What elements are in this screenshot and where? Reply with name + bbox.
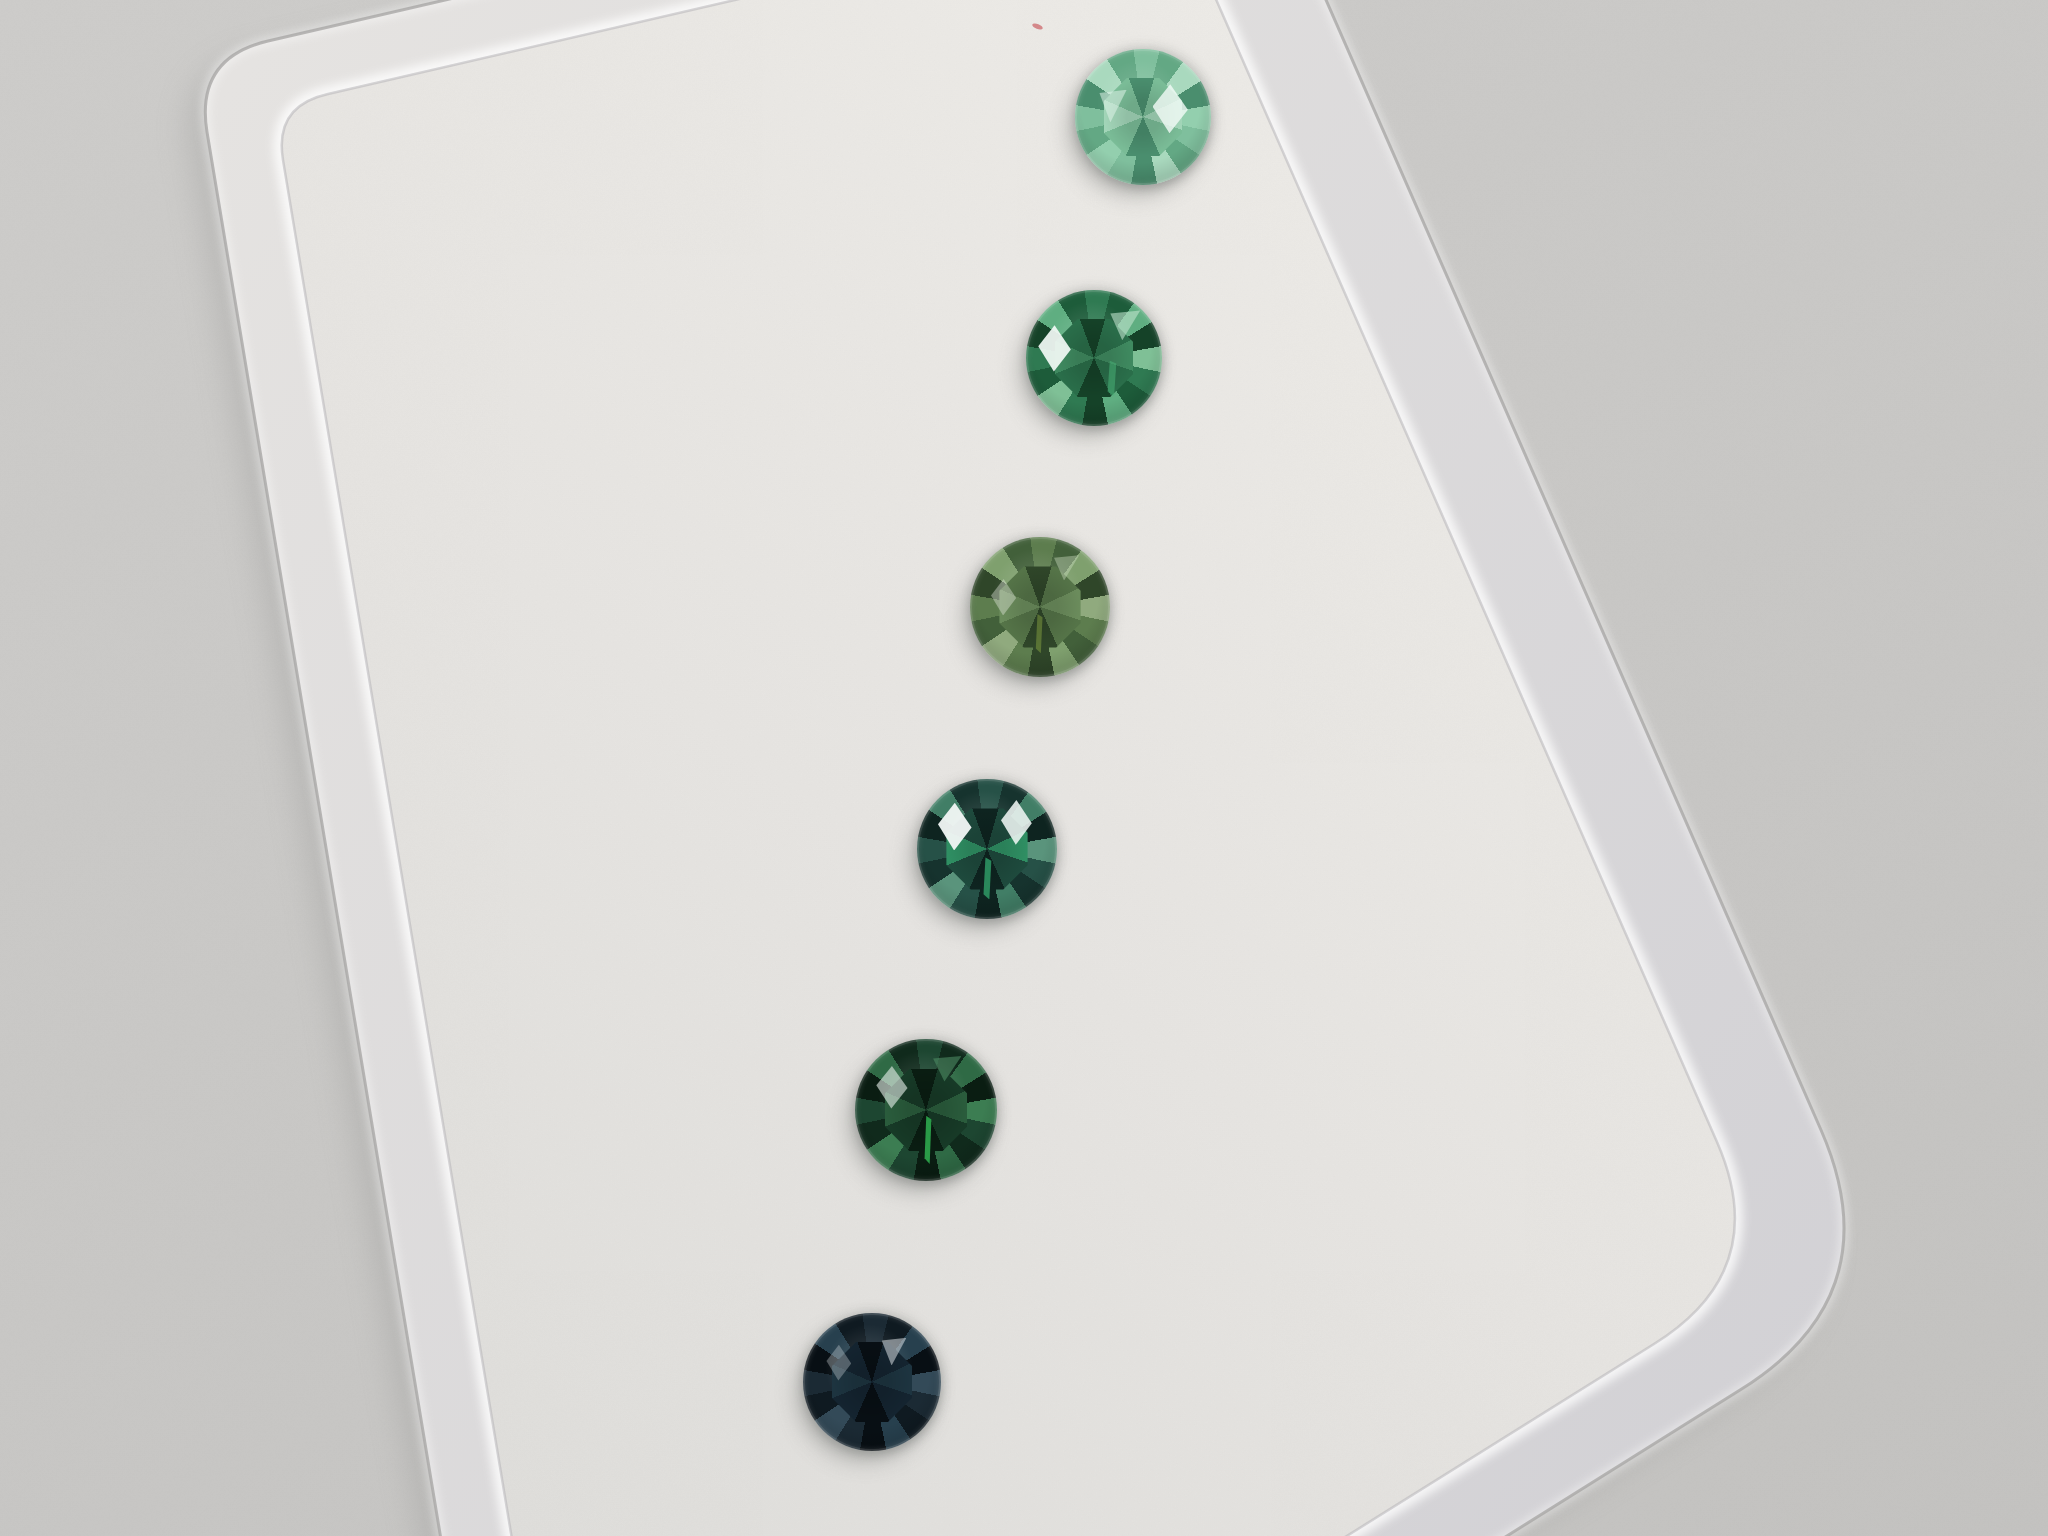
photo-stage xyxy=(0,0,2048,1536)
gem-sparkle-highlight xyxy=(1032,614,1049,653)
gem-sparkle-highlight xyxy=(826,1345,851,1381)
gem-4-dark-teal xyxy=(917,779,1057,919)
gem-sparkle-highlight xyxy=(1001,800,1032,845)
gem-sparkle-highlight xyxy=(882,1338,907,1366)
gem-table-facet xyxy=(832,1342,912,1422)
gem-case xyxy=(0,0,2048,1536)
gem-sparkle-highlight xyxy=(1102,361,1124,396)
gem-sparkle-highlight xyxy=(979,857,999,899)
gem-3-olive-green xyxy=(970,537,1110,677)
gem-sparkle-highlight xyxy=(920,1116,937,1164)
gem-1-mint-green xyxy=(1075,49,1211,185)
gem-sparkle-highlight xyxy=(938,803,972,851)
gem-5-forest-green xyxy=(855,1039,997,1181)
gem-sparkle-highlight xyxy=(1054,555,1079,580)
gem-sparkle-highlight xyxy=(1099,90,1126,123)
gem-sparkle-highlight xyxy=(1153,84,1188,133)
gem-sparkle-highlight xyxy=(991,579,1016,615)
gem-table-facet xyxy=(1104,78,1183,157)
gem-6-blue-black xyxy=(803,1313,941,1451)
gem-sparkle-highlight xyxy=(933,1056,961,1082)
gem-2-teal-green xyxy=(1026,290,1162,426)
gem-table-facet xyxy=(999,566,1080,647)
gem-table-facet xyxy=(885,1069,967,1151)
gem-table-facet xyxy=(946,808,1027,889)
gem-sparkle-highlight xyxy=(1110,310,1140,340)
gem-sparkle-highlight xyxy=(876,1066,907,1109)
gem-sparkle-highlight xyxy=(1038,325,1071,371)
gem-table-facet xyxy=(1055,319,1134,398)
